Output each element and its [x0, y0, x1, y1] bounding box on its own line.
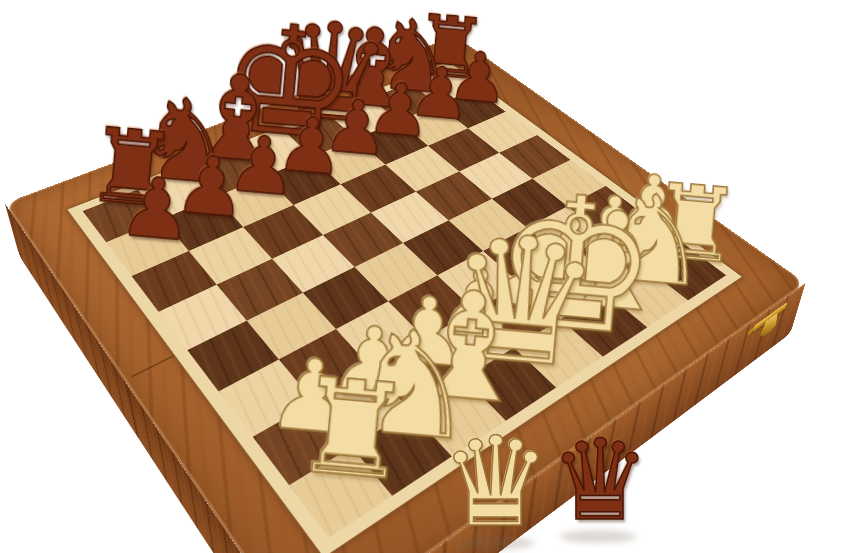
fold-seam-top — [131, 354, 177, 378]
product-photo-stage: ♜♞♝♚♛♝♞♜♟♟♟♟♟♟♟♟♟♟♟♟♟♟♟♟♜♞♝♛♚♝♞♜ ♛ ♛ — [0, 0, 850, 553]
chess-box: ♜♞♝♚♛♝♞♜♟♟♟♟♟♟♟♟♟♟♟♟♟♟♟♟♜♞♝♛♚♝♞♜ — [5, 36, 806, 553]
off-board-dark-queen: ♛ — [550, 424, 648, 553]
square-a6 — [131, 251, 216, 312]
square-b5 — [217, 259, 303, 321]
box-top-face: ♜♞♝♚♛♝♞♜♟♟♟♟♟♟♟♟♟♟♟♟♟♟♟♟♜♞♝♛♚♝♞♜ — [5, 36, 806, 553]
square-c5 — [271, 235, 354, 293]
light-rook-glyph: ♜ — [256, 356, 448, 503]
off-board-light-queen: ♛ — [440, 420, 546, 553]
dark-pawn-glyph: ♟ — [80, 162, 231, 257]
board-3d-scene: ♜♞♝♚♛♝♞♜♟♟♟♟♟♟♟♟♟♟♟♟♟♟♟♟♜♞♝♛♚♝♞♜ — [0, 0, 850, 553]
